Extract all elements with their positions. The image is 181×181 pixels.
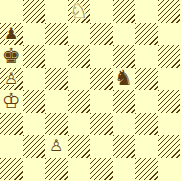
black-king-glyph: ♚ [2,45,21,68]
square-h8[interactable] [158,0,181,23]
square-b5[interactable] [23,68,46,91]
square-a2[interactable] [0,135,23,158]
square-c6[interactable] [45,45,68,68]
square-e8[interactable] [90,0,113,23]
square-g8[interactable] [135,0,158,23]
square-b6[interactable] [23,45,46,68]
square-e1[interactable] [90,158,113,181]
square-a7[interactable]: ♟ [0,23,23,46]
square-a5[interactable]: ♟♙ [0,68,23,91]
square-f1[interactable] [113,158,136,181]
square-g3[interactable] [135,113,158,136]
square-a4[interactable]: ♚♔ [0,90,23,113]
square-a8[interactable] [0,0,23,23]
square-g5[interactable] [135,68,158,91]
square-g6[interactable] [135,45,158,68]
square-b8[interactable] [23,0,46,23]
square-g1[interactable] [135,158,158,181]
square-f6[interactable] [113,45,136,68]
square-c7[interactable] [45,23,68,46]
square-d2[interactable] [68,135,91,158]
square-b7[interactable] [23,23,46,46]
square-d7[interactable] [68,23,91,46]
square-b1[interactable] [23,158,46,181]
black-king: ♚ [2,46,21,67]
square-e3[interactable] [90,113,113,136]
white-pawn: ♟♙ [49,138,63,154]
square-d5[interactable] [68,68,91,91]
white-pawn-glyph: ♙ [4,69,18,88]
square-b2[interactable] [23,135,46,158]
white-king: ♚♔ [2,91,21,112]
square-f8[interactable] [113,0,136,23]
white-knight: ♞♘ [69,1,88,22]
square-e4[interactable] [90,90,113,113]
square-a1[interactable] [0,158,23,181]
square-f3[interactable] [113,113,136,136]
square-b3[interactable] [23,113,46,136]
square-f7[interactable] [113,23,136,46]
chess-board: ♞♘♟♚♟♙♞♚♔♟♙ [0,0,180,180]
white-king-glyph: ♔ [2,90,21,113]
square-f4[interactable] [113,90,136,113]
square-c2[interactable]: ♟♙ [45,135,68,158]
square-d6[interactable] [68,45,91,68]
square-c1[interactable] [45,158,68,181]
square-e6[interactable] [90,45,113,68]
square-c5[interactable] [45,68,68,91]
square-d1[interactable] [68,158,91,181]
square-h7[interactable] [158,23,181,46]
square-h4[interactable] [158,90,181,113]
square-e5[interactable] [90,68,113,91]
square-h2[interactable] [158,135,181,158]
square-d4[interactable] [68,90,91,113]
square-h3[interactable] [158,113,181,136]
square-a3[interactable] [0,113,23,136]
square-h6[interactable] [158,45,181,68]
white-pawn: ♟♙ [4,71,18,87]
square-e2[interactable] [90,135,113,158]
square-g7[interactable] [135,23,158,46]
white-knight-glyph: ♘ [69,0,88,23]
black-knight: ♞ [114,68,133,89]
square-c8[interactable] [45,0,68,23]
square-g2[interactable] [135,135,158,158]
square-h1[interactable] [158,158,181,181]
square-c3[interactable] [45,113,68,136]
square-f5[interactable]: ♞ [113,68,136,91]
black-pawn-glyph: ♟ [4,24,18,43]
square-e7[interactable] [90,23,113,46]
square-c4[interactable] [45,90,68,113]
white-pawn-glyph: ♙ [49,136,63,155]
square-g4[interactable] [135,90,158,113]
square-h5[interactable] [158,68,181,91]
square-d3[interactable] [68,113,91,136]
black-knight-glyph: ♞ [114,68,133,91]
square-f2[interactable] [113,135,136,158]
square-b4[interactable] [23,90,46,113]
square-a6[interactable]: ♚ [0,45,23,68]
black-pawn: ♟ [4,26,18,42]
square-d8[interactable]: ♞♘ [68,0,91,23]
